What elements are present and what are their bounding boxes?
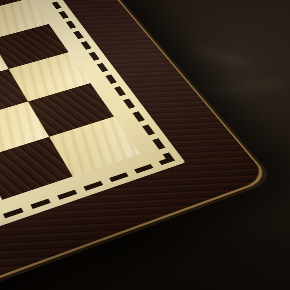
photo-scene bbox=[0, 0, 290, 290]
table-smudge bbox=[190, 45, 252, 68]
table-smudge bbox=[205, 77, 290, 97]
chess-board bbox=[0, 0, 268, 290]
